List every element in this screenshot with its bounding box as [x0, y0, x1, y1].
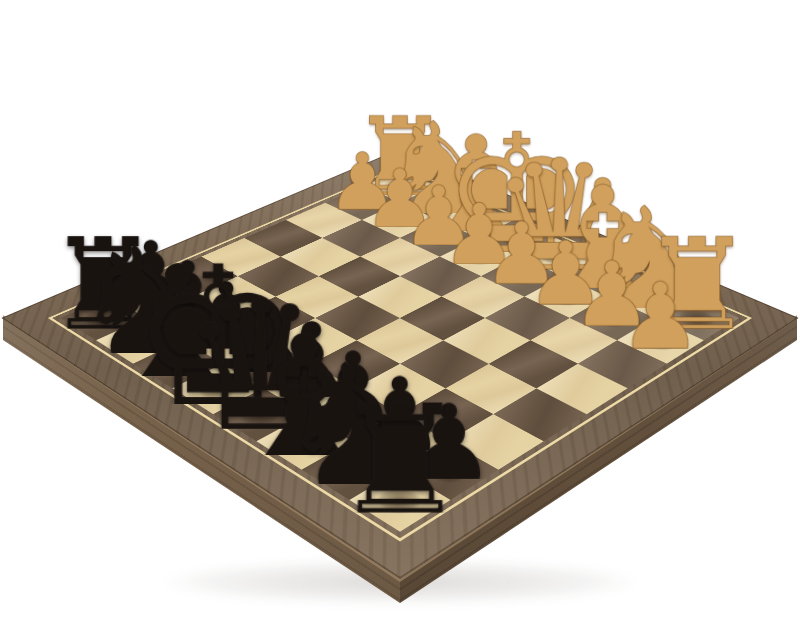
- chess-board-grid: ♜♞♝♚♛♝♞♜♟♟♟♟♟♟♟♟♟♟♟♟♟♟♟♟♜♞♝♚♛♝♞♜: [61, 170, 740, 532]
- chess-board: ♜♞♝♚♛♝♞♜♟♟♟♟♟♟♟♟♟♟♟♟♟♟♟♟♜♞♝♚♛♝♞♜: [1, 149, 799, 579]
- product-photo-stage: ♜♞♝♚♛♝♞♜♟♟♟♟♟♟♟♟♟♟♟♟♟♟♟♟♜♞♝♚♛♝♞♜: [0, 0, 800, 628]
